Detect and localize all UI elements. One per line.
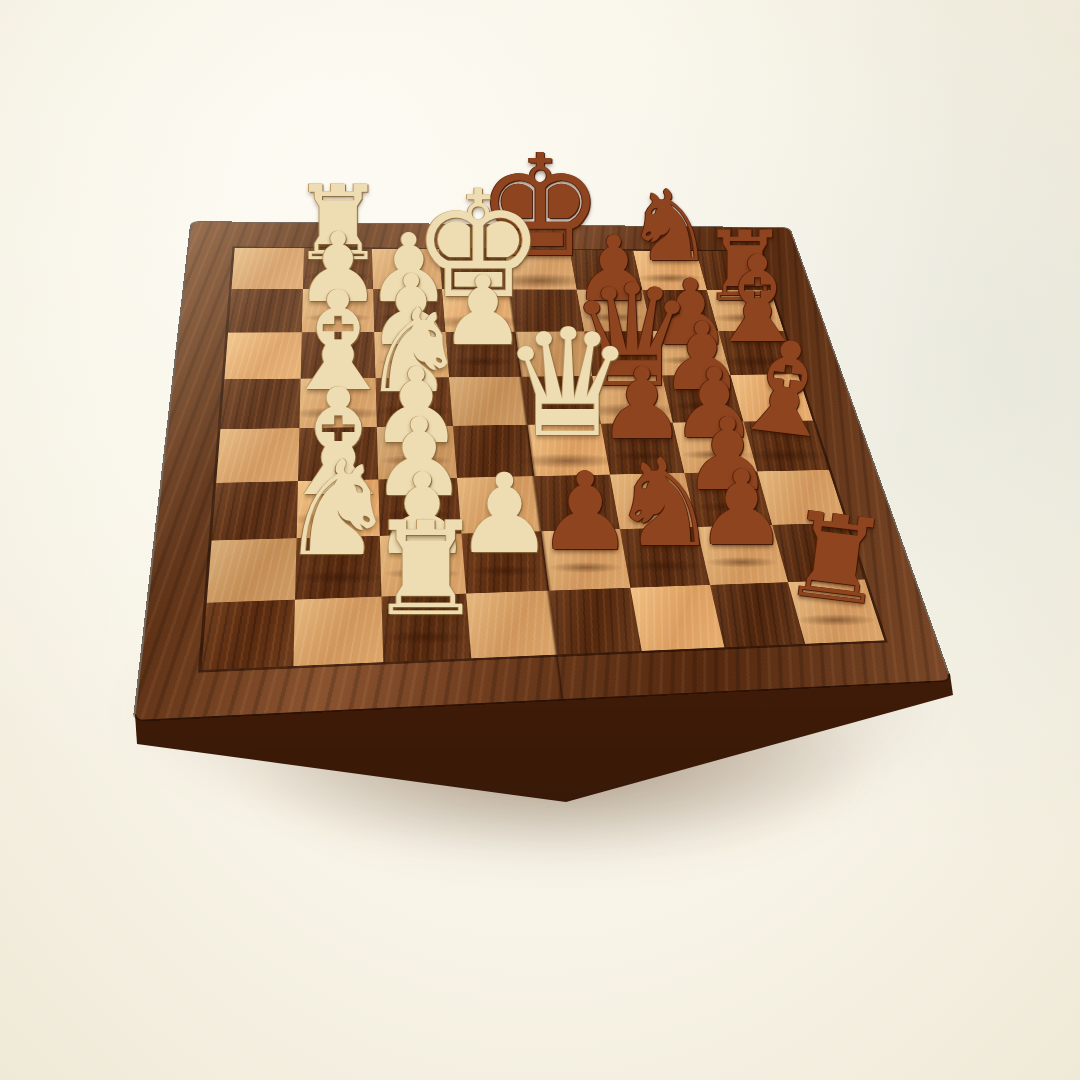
scene: ♜♚♞♜♟♚♟♟♝♟♟♟♟♛♞♝♝♟♟♛♟♟♟♝♟♞♟♟♟♞♜♜ <box>0 0 1080 1080</box>
white-rook-c1[interactable]: ♜ <box>368 505 484 635</box>
black-rook-glyph: ♜ <box>776 495 894 624</box>
pieces-layer: ♜♚♞♜♟♚♟♟♝♟♟♟♟♛♞♝♝♟♟♛♟♟♟♝♟♞♟♟♟♞♜♜ <box>0 0 1080 1080</box>
black-rook-h1[interactable]: ♜ <box>783 501 888 618</box>
white-rook-glyph: ♜ <box>368 505 484 635</box>
